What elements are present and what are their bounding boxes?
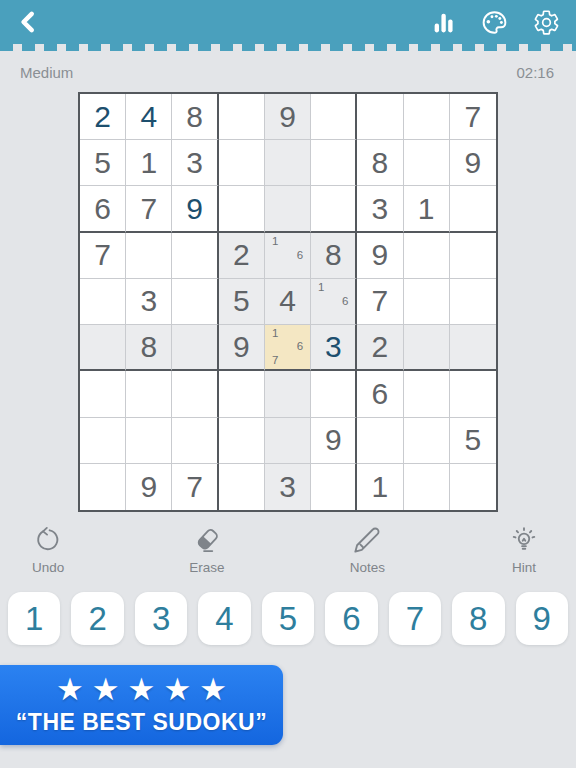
cell-r1c6[interactable] <box>311 94 357 140</box>
cell-r6c6[interactable]: 3 <box>311 325 357 371</box>
rating-banner[interactable]: ★★★★★ “THE BEST SUDOKU” <box>0 665 283 745</box>
cell-r8c4[interactable] <box>219 418 265 464</box>
notes-label: Notes <box>350 560 385 575</box>
given-digit: 7 <box>140 194 157 224</box>
cell-r5c1[interactable] <box>80 279 126 325</box>
given-digit: 3 <box>186 148 203 178</box>
cell-r3c1[interactable]: 6 <box>80 186 126 232</box>
given-digit: 8 <box>140 332 157 362</box>
given-digit: 2 <box>372 332 389 362</box>
settings-button[interactable] <box>533 9 560 36</box>
cell-r1c1[interactable]: 2 <box>80 94 126 140</box>
cell-r9c6[interactable] <box>311 464 357 510</box>
given-digit: 9 <box>140 472 157 502</box>
cell-r3c6[interactable] <box>311 186 357 232</box>
note-digit: 6 <box>297 250 303 262</box>
given-digit: 5 <box>94 148 111 178</box>
numpad-key-7[interactable]: 7 <box>389 592 441 645</box>
hint-label: Hint <box>512 560 536 575</box>
cell-r3c3[interactable]: 9 <box>172 186 218 232</box>
user-digit: 3 <box>325 332 342 362</box>
cell-r1c8[interactable] <box>404 94 450 140</box>
palette-icon <box>480 8 509 37</box>
cell-r2c9[interactable]: 9 <box>450 140 496 186</box>
given-digit: 1 <box>372 472 389 502</box>
cell-r6c2[interactable]: 8 <box>126 325 172 371</box>
given-digit: 9 <box>325 425 342 455</box>
cell-r3c8[interactable]: 1 <box>404 186 450 232</box>
pencil-notes: 16 <box>315 281 351 322</box>
number-pad: 123456789 <box>0 575 576 645</box>
cell-r6c4[interactable]: 9 <box>219 325 265 371</box>
back-button[interactable] <box>16 9 42 35</box>
toolbar: Undo Erase Notes Hint <box>0 512 576 575</box>
cell-r6c8[interactable] <box>404 325 450 371</box>
cell-r3c4[interactable] <box>219 186 265 232</box>
pencil-notes: 16 <box>269 235 306 276</box>
cell-r2c5[interactable] <box>265 140 311 186</box>
difficulty-label: Medium <box>20 64 73 81</box>
cell-r2c3[interactable]: 3 <box>172 140 218 186</box>
cell-r4c5[interactable]: 16 <box>265 233 311 279</box>
cell-r7c2[interactable] <box>126 371 172 417</box>
cell-r8c3[interactable] <box>172 418 218 464</box>
cell-r9c8[interactable] <box>404 464 450 510</box>
note-digit: 6 <box>342 296 348 308</box>
cell-r7c3[interactable] <box>172 371 218 417</box>
theme-button[interactable] <box>480 8 509 37</box>
cell-r2c1[interactable]: 5 <box>80 140 126 186</box>
given-digit: 3 <box>140 286 157 316</box>
status-row: Medium 02:16 <box>0 51 576 92</box>
cell-r1c4[interactable] <box>219 94 265 140</box>
cell-r3c2[interactable]: 7 <box>126 186 172 232</box>
user-digit: 9 <box>186 194 203 224</box>
bar-chart-icon <box>431 10 456 35</box>
topbar-actions <box>431 8 560 37</box>
given-digit: 9 <box>372 240 389 270</box>
cell-r7c1[interactable] <box>80 371 126 417</box>
cell-r9c5[interactable]: 3 <box>265 464 311 510</box>
cell-r5c3[interactable] <box>172 279 218 325</box>
given-digit: 1 <box>140 148 157 178</box>
cell-r1c5[interactable]: 9 <box>265 94 311 140</box>
user-digit: 2 <box>94 102 111 132</box>
given-digit: 7 <box>186 472 203 502</box>
cell-r5c8[interactable] <box>404 279 450 325</box>
given-digit: 6 <box>372 379 389 409</box>
cell-r2c8[interactable] <box>404 140 450 186</box>
numpad-key-8[interactable]: 8 <box>452 592 504 645</box>
given-digit: 7 <box>372 286 389 316</box>
cell-r7c4[interactable] <box>219 371 265 417</box>
undo-button[interactable]: Undo <box>32 526 64 575</box>
hint-button[interactable]: Hint <box>510 526 538 575</box>
given-digit: 9 <box>279 102 296 132</box>
cell-r6c1[interactable] <box>80 325 126 371</box>
cell-r2c4[interactable] <box>219 140 265 186</box>
banner-text: “THE BEST SUDOKU” <box>16 709 267 736</box>
eraser-icon <box>193 526 221 554</box>
given-digit: 3 <box>279 472 296 502</box>
five-stars: ★★★★★ <box>56 674 235 705</box>
cell-r5c6[interactable]: 16 <box>311 279 357 325</box>
given-digit: 8 <box>325 240 342 270</box>
cell-r8c5[interactable] <box>265 418 311 464</box>
cell-r7c7[interactable]: 6 <box>357 371 403 417</box>
given-digit: 5 <box>465 425 482 455</box>
erase-button[interactable]: Erase <box>189 526 224 575</box>
cell-r4c4[interactable]: 2 <box>219 233 265 279</box>
cell-r4c6[interactable]: 8 <box>311 233 357 279</box>
timer: 02:16 <box>516 64 554 81</box>
given-digit: 1 <box>418 194 435 224</box>
cell-r3c7[interactable]: 3 <box>357 186 403 232</box>
note-digit: 1 <box>272 328 278 340</box>
cell-r6c9[interactable] <box>450 325 496 371</box>
given-digit: 5 <box>233 286 250 316</box>
cell-r7c5[interactable] <box>265 371 311 417</box>
cell-r3c5[interactable] <box>265 186 311 232</box>
note-digit: 1 <box>272 236 278 248</box>
cell-r7c8[interactable] <box>404 371 450 417</box>
cell-r1c9[interactable]: 7 <box>450 94 496 140</box>
given-digit: 8 <box>186 102 203 132</box>
cell-r9c1[interactable] <box>80 464 126 510</box>
cell-r5c2[interactable]: 3 <box>126 279 172 325</box>
back-icon <box>16 9 42 35</box>
numpad-key-2[interactable]: 2 <box>71 592 123 645</box>
cell-r9c4[interactable] <box>219 464 265 510</box>
cell-r5c4[interactable]: 5 <box>219 279 265 325</box>
erase-label: Erase <box>189 560 224 575</box>
given-digit: 6 <box>94 194 111 224</box>
ticket-edge <box>0 44 576 51</box>
user-digit: 4 <box>140 102 157 132</box>
cell-r4c3[interactable] <box>172 233 218 279</box>
cell-r4c8[interactable] <box>404 233 450 279</box>
notes-button[interactable]: Notes <box>350 526 385 575</box>
given-digit: 7 <box>94 240 111 270</box>
given-digit: 4 <box>279 286 296 316</box>
cell-r9c7[interactable]: 1 <box>357 464 403 510</box>
given-digit: 3 <box>372 194 389 224</box>
note-digit: 7 <box>272 355 278 367</box>
undo-icon <box>34 526 62 554</box>
cell-r4c1[interactable]: 7 <box>80 233 126 279</box>
cell-r6c5[interactable]: 167 <box>265 325 311 371</box>
cell-r1c2[interactable]: 4 <box>126 94 172 140</box>
given-digit: 7 <box>465 102 482 132</box>
pencil-icon <box>353 526 381 554</box>
cell-r5c9[interactable] <box>450 279 496 325</box>
cell-r2c2[interactable]: 1 <box>126 140 172 186</box>
numpad-key-6[interactable]: 6 <box>325 592 377 645</box>
cell-r6c7[interactable]: 2 <box>357 325 403 371</box>
cell-r8c8[interactable] <box>404 418 450 464</box>
numpad-key-3[interactable]: 3 <box>135 592 187 645</box>
cell-r3c9[interactable] <box>450 186 496 232</box>
cell-r2c7[interactable]: 8 <box>357 140 403 186</box>
pencil-notes: 167 <box>269 327 306 367</box>
cell-r7c6[interactable] <box>311 371 357 417</box>
cell-r4c7[interactable]: 9 <box>357 233 403 279</box>
note-digit: 1 <box>318 282 324 294</box>
cell-r9c9[interactable] <box>450 464 496 510</box>
given-digit: 9 <box>465 148 482 178</box>
gear-icon <box>533 9 560 36</box>
cell-r9c3[interactable]: 7 <box>172 464 218 510</box>
cell-r8c9[interactable]: 5 <box>450 418 496 464</box>
numpad-key-1[interactable]: 1 <box>8 592 60 645</box>
cell-r6c3[interactable] <box>172 325 218 371</box>
cell-r8c7[interactable] <box>357 418 403 464</box>
cell-r7c9[interactable] <box>450 371 496 417</box>
cell-r5c5[interactable]: 4 <box>265 279 311 325</box>
given-digit: 9 <box>233 332 250 362</box>
cell-r4c9[interactable] <box>450 233 496 279</box>
numpad-key-4[interactable]: 4 <box>198 592 250 645</box>
sudoku-board: 2489751389679317216893541678916732695973… <box>78 92 498 512</box>
cell-r4c2[interactable] <box>126 233 172 279</box>
given-digit: 2 <box>233 240 250 270</box>
cell-r1c3[interactable]: 8 <box>172 94 218 140</box>
top-bar <box>0 0 576 44</box>
lightbulb-icon <box>510 526 538 554</box>
statistics-button[interactable] <box>431 10 456 35</box>
note-digit: 6 <box>297 341 303 353</box>
cell-r2c6[interactable] <box>311 140 357 186</box>
numpad-key-9[interactable]: 9 <box>516 592 568 645</box>
cell-r8c6[interactable]: 9 <box>311 418 357 464</box>
cell-r8c2[interactable] <box>126 418 172 464</box>
undo-label: Undo <box>32 560 64 575</box>
numpad-key-5[interactable]: 5 <box>262 592 314 645</box>
cell-r1c7[interactable] <box>357 94 403 140</box>
given-digit: 8 <box>372 148 389 178</box>
cell-r9c2[interactable]: 9 <box>126 464 172 510</box>
cell-r5c7[interactable]: 7 <box>357 279 403 325</box>
cell-r8c1[interactable] <box>80 418 126 464</box>
